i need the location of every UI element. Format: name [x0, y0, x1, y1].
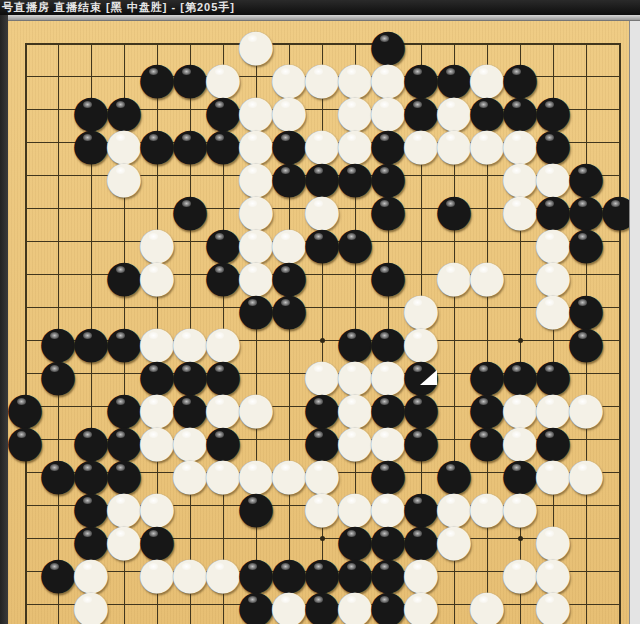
- intersection-l2[interactable]: ●: [372, 61, 405, 94]
- intersection-k9[interactable]: [339, 292, 372, 325]
- intersection-q7[interactable]: ●: [537, 226, 570, 259]
- intersection-q6[interactable]: ●: [537, 193, 570, 226]
- intersection-f1[interactable]: [174, 28, 207, 61]
- intersection-a11[interactable]: [9, 358, 42, 391]
- intersection-k8[interactable]: [339, 259, 372, 292]
- intersection-f2[interactable]: ●: [174, 61, 207, 94]
- intersection-k12[interactable]: ●: [339, 391, 372, 424]
- intersection-n7[interactable]: [438, 226, 471, 259]
- intersection-b10[interactable]: ●: [42, 325, 75, 358]
- intersection-i12[interactable]: [273, 391, 306, 424]
- intersection-a7[interactable]: [9, 226, 42, 259]
- intersection-c17[interactable]: ●: [75, 556, 108, 589]
- intersection-i15[interactable]: [273, 490, 306, 523]
- intersection-s17[interactable]: [603, 556, 630, 589]
- intersection-q16[interactable]: ●: [537, 523, 570, 556]
- intersection-i7[interactable]: ●: [273, 226, 306, 259]
- intersection-p11[interactable]: ●: [504, 358, 537, 391]
- intersection-a8[interactable]: [9, 259, 42, 292]
- intersection-c6[interactable]: [75, 193, 108, 226]
- intersection-e16[interactable]: ●: [141, 523, 174, 556]
- intersection-q11[interactable]: ●: [537, 358, 570, 391]
- intersection-a1[interactable]: [9, 28, 42, 61]
- intersection-b11[interactable]: ●: [42, 358, 75, 391]
- intersection-g1[interactable]: [207, 28, 240, 61]
- intersection-a6[interactable]: [9, 193, 42, 226]
- intersection-k7[interactable]: ●: [339, 226, 372, 259]
- intersection-r5[interactable]: ●: [570, 160, 603, 193]
- intersection-m5[interactable]: [405, 160, 438, 193]
- intersection-j14[interactable]: ●: [306, 457, 339, 490]
- intersection-o6[interactable]: [471, 193, 504, 226]
- intersection-g7[interactable]: ●: [207, 226, 240, 259]
- intersection-o4[interactable]: ●: [471, 127, 504, 160]
- intersection-k11[interactable]: ●: [339, 358, 372, 391]
- intersection-d3[interactable]: ●: [108, 94, 141, 127]
- intersection-c11[interactable]: [75, 358, 108, 391]
- intersection-s1[interactable]: [603, 28, 630, 61]
- intersection-h12[interactable]: ●: [240, 391, 273, 424]
- intersection-q4[interactable]: ●: [537, 127, 570, 160]
- intersection-r9[interactable]: ●: [570, 292, 603, 325]
- intersection-p15[interactable]: ●: [504, 490, 537, 523]
- intersection-d16[interactable]: ●: [108, 523, 141, 556]
- intersection-j6[interactable]: ●: [306, 193, 339, 226]
- intersection-n6[interactable]: ●: [438, 193, 471, 226]
- intersection-f13[interactable]: ●: [174, 424, 207, 457]
- intersection-h14[interactable]: ●: [240, 457, 273, 490]
- intersection-r16[interactable]: [570, 523, 603, 556]
- intersection-c8[interactable]: [75, 259, 108, 292]
- intersection-s5[interactable]: [603, 160, 630, 193]
- intersection-p2[interactable]: ●: [504, 61, 537, 94]
- intersection-e15[interactable]: ●: [141, 490, 174, 523]
- intersection-j15[interactable]: ●: [306, 490, 339, 523]
- intersection-k14[interactable]: [339, 457, 372, 490]
- intersection-n1[interactable]: [438, 28, 471, 61]
- intersection-m18[interactable]: ●: [405, 589, 438, 622]
- intersection-h1[interactable]: ●: [240, 28, 273, 61]
- intersection-q3[interactable]: ●: [537, 94, 570, 127]
- intersection-d14[interactable]: ●: [108, 457, 141, 490]
- intersection-b3[interactable]: [42, 94, 75, 127]
- intersection-l1[interactable]: ●: [372, 28, 405, 61]
- intersection-a18[interactable]: [9, 589, 42, 622]
- intersection-e12[interactable]: ●: [141, 391, 174, 424]
- intersection-i11[interactable]: [273, 358, 306, 391]
- intersection-d5[interactable]: ●: [108, 160, 141, 193]
- intersection-m12[interactable]: ●: [405, 391, 438, 424]
- intersection-p8[interactable]: [504, 259, 537, 292]
- intersection-c18[interactable]: ●: [75, 589, 108, 622]
- intersection-c5[interactable]: [75, 160, 108, 193]
- intersection-q15[interactable]: [537, 490, 570, 523]
- intersection-h9[interactable]: ●: [240, 292, 273, 325]
- intersection-l16[interactable]: ●: [372, 523, 405, 556]
- intersection-l3[interactable]: ●: [372, 94, 405, 127]
- intersection-p10[interactable]: [504, 325, 537, 358]
- intersection-i8[interactable]: ●: [273, 259, 306, 292]
- intersection-m2[interactable]: ●: [405, 61, 438, 94]
- intersection-r17[interactable]: [570, 556, 603, 589]
- intersection-g2[interactable]: ●: [207, 61, 240, 94]
- intersection-i4[interactable]: ●: [273, 127, 306, 160]
- intersection-e2[interactable]: ●: [141, 61, 174, 94]
- intersection-a5[interactable]: [9, 160, 42, 193]
- intersection-c4[interactable]: ●: [75, 127, 108, 160]
- intersection-c9[interactable]: [75, 292, 108, 325]
- intersection-j10[interactable]: [306, 325, 339, 358]
- intersection-o14[interactable]: [471, 457, 504, 490]
- intersection-d11[interactable]: [108, 358, 141, 391]
- intersection-g8[interactable]: ●: [207, 259, 240, 292]
- intersection-p6[interactable]: ●: [504, 193, 537, 226]
- intersection-g15[interactable]: [207, 490, 240, 523]
- intersection-f4[interactable]: ●: [174, 127, 207, 160]
- intersection-n10[interactable]: [438, 325, 471, 358]
- intersection-h5[interactable]: ●: [240, 160, 273, 193]
- intersection-n3[interactable]: ●: [438, 94, 471, 127]
- intersection-d7[interactable]: [108, 226, 141, 259]
- intersection-q18[interactable]: ●: [537, 589, 570, 622]
- intersection-p14[interactable]: ●: [504, 457, 537, 490]
- intersection-b18[interactable]: [42, 589, 75, 622]
- intersection-r15[interactable]: [570, 490, 603, 523]
- intersection-d2[interactable]: [108, 61, 141, 94]
- intersection-b13[interactable]: [42, 424, 75, 457]
- intersection-g18[interactable]: [207, 589, 240, 622]
- intersection-q17[interactable]: ●: [537, 556, 570, 589]
- intersection-l6[interactable]: ●: [372, 193, 405, 226]
- intersection-a3[interactable]: [9, 94, 42, 127]
- intersection-h18[interactable]: ●: [240, 589, 273, 622]
- intersection-n12[interactable]: [438, 391, 471, 424]
- intersection-e13[interactable]: ●: [141, 424, 174, 457]
- intersection-p18[interactable]: [504, 589, 537, 622]
- intersection-l4[interactable]: ●: [372, 127, 405, 160]
- intersection-r1[interactable]: [570, 28, 603, 61]
- intersection-r11[interactable]: [570, 358, 603, 391]
- intersection-s14[interactable]: [603, 457, 630, 490]
- intersection-k10[interactable]: ●: [339, 325, 372, 358]
- intersection-o1[interactable]: [471, 28, 504, 61]
- intersection-h15[interactable]: ●: [240, 490, 273, 523]
- intersection-s10[interactable]: [603, 325, 630, 358]
- intersection-c16[interactable]: ●: [75, 523, 108, 556]
- intersection-k2[interactable]: ●: [339, 61, 372, 94]
- intersection-s11[interactable]: [603, 358, 630, 391]
- intersection-k5[interactable]: ●: [339, 160, 372, 193]
- intersection-f3[interactable]: [174, 94, 207, 127]
- intersection-o3[interactable]: ●: [471, 94, 504, 127]
- intersection-f7[interactable]: [174, 226, 207, 259]
- intersection-s2[interactable]: [603, 61, 630, 94]
- intersection-i17[interactable]: ●: [273, 556, 306, 589]
- intersection-s16[interactable]: [603, 523, 630, 556]
- intersection-a9[interactable]: [9, 292, 42, 325]
- intersection-p12[interactable]: ●: [504, 391, 537, 424]
- intersection-m4[interactable]: ●: [405, 127, 438, 160]
- intersection-o11[interactable]: ●: [471, 358, 504, 391]
- intersection-p1[interactable]: [504, 28, 537, 61]
- intersection-d17[interactable]: [108, 556, 141, 589]
- intersection-r6[interactable]: ●: [570, 193, 603, 226]
- intersection-l12[interactable]: ●: [372, 391, 405, 424]
- intersection-n9[interactable]: [438, 292, 471, 325]
- intersection-i13[interactable]: [273, 424, 306, 457]
- intersection-o7[interactable]: [471, 226, 504, 259]
- intersection-e10[interactable]: ●: [141, 325, 174, 358]
- intersection-m17[interactable]: ●: [405, 556, 438, 589]
- intersection-j16[interactable]: [306, 523, 339, 556]
- intersection-o9[interactable]: [471, 292, 504, 325]
- intersection-e3[interactable]: [141, 94, 174, 127]
- intersection-s7[interactable]: [603, 226, 630, 259]
- intersection-f8[interactable]: [174, 259, 207, 292]
- intersection-r14[interactable]: ●: [570, 457, 603, 490]
- intersection-c2[interactable]: [75, 61, 108, 94]
- intersection-g13[interactable]: ●: [207, 424, 240, 457]
- intersection-f16[interactable]: [174, 523, 207, 556]
- intersection-q9[interactable]: ●: [537, 292, 570, 325]
- intersection-a17[interactable]: [9, 556, 42, 589]
- intersection-f18[interactable]: [174, 589, 207, 622]
- intersection-k4[interactable]: ●: [339, 127, 372, 160]
- intersection-s18[interactable]: [603, 589, 630, 622]
- intersection-n14[interactable]: ●: [438, 457, 471, 490]
- intersection-h3[interactable]: ●: [240, 94, 273, 127]
- intersection-e5[interactable]: [141, 160, 174, 193]
- intersection-m10[interactable]: ●: [405, 325, 438, 358]
- intersection-k3[interactable]: ●: [339, 94, 372, 127]
- intersection-f5[interactable]: [174, 160, 207, 193]
- intersection-h10[interactable]: [240, 325, 273, 358]
- intersection-i1[interactable]: [273, 28, 306, 61]
- intersection-h17[interactable]: ●: [240, 556, 273, 589]
- intersection-o8[interactable]: ●: [471, 259, 504, 292]
- intersection-i9[interactable]: ●: [273, 292, 306, 325]
- intersection-a13[interactable]: ●: [9, 424, 42, 457]
- intersection-g3[interactable]: ●: [207, 94, 240, 127]
- intersection-m9[interactable]: ●: [405, 292, 438, 325]
- intersection-k1[interactable]: [339, 28, 372, 61]
- intersection-m13[interactable]: ●: [405, 424, 438, 457]
- intersection-r7[interactable]: ●: [570, 226, 603, 259]
- intersection-g4[interactable]: ●: [207, 127, 240, 160]
- intersection-n4[interactable]: ●: [438, 127, 471, 160]
- intersection-a14[interactable]: [9, 457, 42, 490]
- intersection-l18[interactable]: ●: [372, 589, 405, 622]
- intersection-s8[interactable]: [603, 259, 630, 292]
- intersection-d13[interactable]: ●: [108, 424, 141, 457]
- intersection-k6[interactable]: [339, 193, 372, 226]
- intersection-d6[interactable]: [108, 193, 141, 226]
- intersection-i6[interactable]: [273, 193, 306, 226]
- intersection-d18[interactable]: [108, 589, 141, 622]
- intersection-a10[interactable]: [9, 325, 42, 358]
- intersection-l5[interactable]: ●: [372, 160, 405, 193]
- intersection-o13[interactable]: ●: [471, 424, 504, 457]
- intersection-h2[interactable]: [240, 61, 273, 94]
- intersection-p5[interactable]: ●: [504, 160, 537, 193]
- intersection-s3[interactable]: [603, 94, 630, 127]
- intersection-o18[interactable]: ●: [471, 589, 504, 622]
- intersection-k13[interactable]: ●: [339, 424, 372, 457]
- intersection-l14[interactable]: ●: [372, 457, 405, 490]
- intersection-a2[interactable]: [9, 61, 42, 94]
- intersection-g10[interactable]: ●: [207, 325, 240, 358]
- intersection-s4[interactable]: [603, 127, 630, 160]
- intersection-r3[interactable]: [570, 94, 603, 127]
- intersection-a15[interactable]: [9, 490, 42, 523]
- intersection-n15[interactable]: ●: [438, 490, 471, 523]
- intersection-c1[interactable]: [75, 28, 108, 61]
- intersection-s12[interactable]: [603, 391, 630, 424]
- intersection-o5[interactable]: [471, 160, 504, 193]
- intersection-g11[interactable]: ●: [207, 358, 240, 391]
- intersection-s13[interactable]: [603, 424, 630, 457]
- intersection-e8[interactable]: ●: [141, 259, 174, 292]
- intersection-p3[interactable]: ●: [504, 94, 537, 127]
- intersection-b9[interactable]: [42, 292, 75, 325]
- intersection-p16[interactable]: [504, 523, 537, 556]
- intersection-j5[interactable]: ●: [306, 160, 339, 193]
- intersection-f14[interactable]: ●: [174, 457, 207, 490]
- intersection-f10[interactable]: ●: [174, 325, 207, 358]
- intersection-e17[interactable]: ●: [141, 556, 174, 589]
- intersection-e11[interactable]: ●: [141, 358, 174, 391]
- intersection-h4[interactable]: ●: [240, 127, 273, 160]
- intersection-m7[interactable]: [405, 226, 438, 259]
- intersection-j3[interactable]: [306, 94, 339, 127]
- intersection-l11[interactable]: ●: [372, 358, 405, 391]
- intersection-o12[interactable]: ●: [471, 391, 504, 424]
- intersection-s6[interactable]: ●: [603, 193, 630, 226]
- intersection-o10[interactable]: [471, 325, 504, 358]
- intersection-h8[interactable]: ●: [240, 259, 273, 292]
- intersection-n5[interactable]: [438, 160, 471, 193]
- intersection-c14[interactable]: ●: [75, 457, 108, 490]
- intersection-r10[interactable]: ●: [570, 325, 603, 358]
- intersection-n13[interactable]: [438, 424, 471, 457]
- intersection-c7[interactable]: [75, 226, 108, 259]
- intersection-h16[interactable]: [240, 523, 273, 556]
- intersection-a16[interactable]: [9, 523, 42, 556]
- intersection-j8[interactable]: [306, 259, 339, 292]
- intersection-g6[interactable]: [207, 193, 240, 226]
- intersection-l9[interactable]: [372, 292, 405, 325]
- intersection-o17[interactable]: [471, 556, 504, 589]
- intersection-j2[interactable]: ●: [306, 61, 339, 94]
- intersection-b1[interactable]: [42, 28, 75, 61]
- intersection-i2[interactable]: ●: [273, 61, 306, 94]
- intersection-n17[interactable]: [438, 556, 471, 589]
- intersection-e1[interactable]: [141, 28, 174, 61]
- intersection-e4[interactable]: ●: [141, 127, 174, 160]
- intersection-d8[interactable]: ●: [108, 259, 141, 292]
- intersection-b15[interactable]: [42, 490, 75, 523]
- intersection-h13[interactable]: [240, 424, 273, 457]
- intersection-c13[interactable]: ●: [75, 424, 108, 457]
- go-board[interactable]: ●●●●●●●●●●●●●●●●●●●●●●●●●●●●●●●●●●●●●●●●…: [8, 21, 629, 624]
- intersection-m16[interactable]: ●: [405, 523, 438, 556]
- intersection-f15[interactable]: [174, 490, 207, 523]
- intersection-r4[interactable]: [570, 127, 603, 160]
- intersection-l17[interactable]: ●: [372, 556, 405, 589]
- intersection-p9[interactable]: [504, 292, 537, 325]
- intersection-j9[interactable]: [306, 292, 339, 325]
- intersection-h11[interactable]: [240, 358, 273, 391]
- intersection-h6[interactable]: ●: [240, 193, 273, 226]
- intersection-e9[interactable]: [141, 292, 174, 325]
- intersection-b17[interactable]: ●: [42, 556, 75, 589]
- intersection-e18[interactable]: [141, 589, 174, 622]
- intersection-n16[interactable]: ●: [438, 523, 471, 556]
- intersection-r18[interactable]: [570, 589, 603, 622]
- intersection-q8[interactable]: ●: [537, 259, 570, 292]
- intersection-k17[interactable]: ●: [339, 556, 372, 589]
- intersection-g9[interactable]: [207, 292, 240, 325]
- intersection-b4[interactable]: [42, 127, 75, 160]
- intersection-d15[interactable]: ●: [108, 490, 141, 523]
- intersection-i3[interactable]: ●: [273, 94, 306, 127]
- intersection-d4[interactable]: ●: [108, 127, 141, 160]
- intersection-e14[interactable]: [141, 457, 174, 490]
- intersection-s9[interactable]: [603, 292, 630, 325]
- intersection-b7[interactable]: [42, 226, 75, 259]
- intersection-b6[interactable]: [42, 193, 75, 226]
- intersection-q14[interactable]: ●: [537, 457, 570, 490]
- intersection-k16[interactable]: ●: [339, 523, 372, 556]
- intersection-m1[interactable]: [405, 28, 438, 61]
- intersection-a12[interactable]: ●: [9, 391, 42, 424]
- intersection-n2[interactable]: ●: [438, 61, 471, 94]
- intersection-m3[interactable]: ●: [405, 94, 438, 127]
- intersection-q12[interactable]: ●: [537, 391, 570, 424]
- intersection-m8[interactable]: [405, 259, 438, 292]
- intersection-b12[interactable]: [42, 391, 75, 424]
- intersection-b14[interactable]: ●: [42, 457, 75, 490]
- intersection-g16[interactable]: [207, 523, 240, 556]
- intersection-l7[interactable]: [372, 226, 405, 259]
- intersection-e6[interactable]: [141, 193, 174, 226]
- intersection-k15[interactable]: ●: [339, 490, 372, 523]
- intersection-i18[interactable]: ●: [273, 589, 306, 622]
- intersection-q2[interactable]: [537, 61, 570, 94]
- intersection-o16[interactable]: [471, 523, 504, 556]
- intersection-l15[interactable]: ●: [372, 490, 405, 523]
- intersection-g14[interactable]: ●: [207, 457, 240, 490]
- intersection-f6[interactable]: ●: [174, 193, 207, 226]
- intersection-p13[interactable]: ●: [504, 424, 537, 457]
- intersection-r2[interactable]: [570, 61, 603, 94]
- intersection-c10[interactable]: ●: [75, 325, 108, 358]
- intersection-d1[interactable]: [108, 28, 141, 61]
- intersection-m14[interactable]: [405, 457, 438, 490]
- intersection-i10[interactable]: [273, 325, 306, 358]
- intersection-q1[interactable]: [537, 28, 570, 61]
- intersection-n11[interactable]: [438, 358, 471, 391]
- intersection-j11[interactable]: ●: [306, 358, 339, 391]
- intersection-b16[interactable]: [42, 523, 75, 556]
- intersection-g17[interactable]: ●: [207, 556, 240, 589]
- intersection-r8[interactable]: [570, 259, 603, 292]
- intersection-p17[interactable]: ●: [504, 556, 537, 589]
- intersection-a4[interactable]: [9, 127, 42, 160]
- intersection-f9[interactable]: [174, 292, 207, 325]
- intersection-j18[interactable]: ●: [306, 589, 339, 622]
- intersection-q10[interactable]: [537, 325, 570, 358]
